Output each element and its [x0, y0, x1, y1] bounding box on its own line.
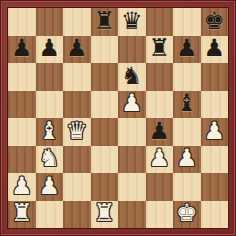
- square-c7[interactable]: ♟: [63, 36, 91, 64]
- square-g6[interactable]: [173, 63, 201, 91]
- square-c6[interactable]: [63, 63, 91, 91]
- square-a8[interactable]: [8, 8, 36, 36]
- square-b6[interactable]: [36, 63, 64, 91]
- black-pawn-piece: ♟: [176, 36, 198, 60]
- square-b4[interactable]: ♝: [36, 118, 64, 146]
- square-d7[interactable]: [91, 36, 119, 64]
- square-b2[interactable]: ♟: [36, 173, 64, 201]
- square-b7[interactable]: ♟: [36, 36, 64, 64]
- white-rook-piece: ♜: [11, 201, 33, 225]
- square-e4[interactable]: [118, 118, 146, 146]
- black-bishop-piece: ♝: [176, 91, 198, 115]
- white-pawn-piece: ♟: [11, 174, 33, 198]
- square-e3[interactable]: [118, 146, 146, 174]
- square-e2[interactable]: [118, 173, 146, 201]
- square-b5[interactable]: [36, 91, 64, 119]
- square-e5[interactable]: ♟: [118, 91, 146, 119]
- square-g1[interactable]: ♚: [173, 201, 201, 229]
- white-bishop-piece: ♝: [38, 119, 60, 143]
- square-d1[interactable]: ♜: [91, 201, 119, 229]
- square-a1[interactable]: ♜: [8, 201, 36, 229]
- square-a4[interactable]: [8, 118, 36, 146]
- square-a5[interactable]: [8, 91, 36, 119]
- square-h7[interactable]: ♟: [201, 36, 229, 64]
- square-d5[interactable]: [91, 91, 119, 119]
- white-pawn-piece: ♟: [121, 91, 143, 115]
- black-knight-piece: ♞: [121, 64, 143, 88]
- square-h3[interactable]: [201, 146, 229, 174]
- square-f1[interactable]: [146, 201, 174, 229]
- square-f7[interactable]: ♜: [146, 36, 174, 64]
- square-g2[interactable]: [173, 173, 201, 201]
- square-h6[interactable]: [201, 63, 229, 91]
- square-b3[interactable]: ♞: [36, 146, 64, 174]
- white-queen-piece: ♛: [66, 119, 88, 143]
- square-g4[interactable]: [173, 118, 201, 146]
- square-a7[interactable]: ♟: [8, 36, 36, 64]
- white-knight-piece: ♞: [38, 146, 60, 170]
- square-a3[interactable]: [8, 146, 36, 174]
- square-a6[interactable]: [8, 63, 36, 91]
- black-pawn-piece: ♟: [203, 36, 225, 60]
- board-frame: ♜♛♚♟♟♟♜♟♟♞♟♝♝♛♟♟♞♟♟♟♟♜♜♚: [0, 0, 236, 236]
- black-pawn-piece: ♟: [148, 119, 170, 143]
- black-queen-piece: ♛: [121, 9, 143, 33]
- square-f3[interactable]: ♟: [146, 146, 174, 174]
- white-pawn-piece: ♟: [203, 119, 225, 143]
- square-b8[interactable]: [36, 8, 64, 36]
- black-rook-piece: ♜: [148, 36, 170, 60]
- square-g7[interactable]: ♟: [173, 36, 201, 64]
- square-f6[interactable]: [146, 63, 174, 91]
- black-pawn-piece: ♟: [11, 36, 33, 60]
- square-g8[interactable]: [173, 8, 201, 36]
- square-e6[interactable]: ♞: [118, 63, 146, 91]
- chess-board: ♜♛♚♟♟♟♜♟♟♞♟♝♝♛♟♟♞♟♟♟♟♜♜♚: [8, 8, 228, 228]
- square-c5[interactable]: [63, 91, 91, 119]
- square-d2[interactable]: [91, 173, 119, 201]
- square-e7[interactable]: [118, 36, 146, 64]
- square-c8[interactable]: [63, 8, 91, 36]
- square-c2[interactable]: [63, 173, 91, 201]
- white-pawn-piece: ♟: [176, 146, 198, 170]
- black-king-piece: ♚: [203, 9, 225, 33]
- square-g5[interactable]: ♝: [173, 91, 201, 119]
- square-f5[interactable]: [146, 91, 174, 119]
- black-pawn-piece: ♟: [38, 36, 60, 60]
- square-c3[interactable]: [63, 146, 91, 174]
- square-d8[interactable]: ♜: [91, 8, 119, 36]
- square-e8[interactable]: ♛: [118, 8, 146, 36]
- square-d4[interactable]: [91, 118, 119, 146]
- white-king-piece: ♚: [176, 201, 198, 225]
- white-pawn-piece: ♟: [148, 146, 170, 170]
- square-c4[interactable]: ♛: [63, 118, 91, 146]
- square-h5[interactable]: [201, 91, 229, 119]
- square-h8[interactable]: ♚: [201, 8, 229, 36]
- square-h1[interactable]: [201, 201, 229, 229]
- square-b1[interactable]: [36, 201, 64, 229]
- square-d3[interactable]: [91, 146, 119, 174]
- square-d6[interactable]: [91, 63, 119, 91]
- white-rook-piece: ♜: [93, 201, 115, 225]
- white-pawn-piece: ♟: [38, 174, 60, 198]
- square-f2[interactable]: [146, 173, 174, 201]
- square-f8[interactable]: [146, 8, 174, 36]
- square-f4[interactable]: ♟: [146, 118, 174, 146]
- square-c1[interactable]: [63, 201, 91, 229]
- square-h2[interactable]: [201, 173, 229, 201]
- square-e1[interactable]: [118, 201, 146, 229]
- black-rook-piece: ♜: [93, 9, 115, 33]
- square-g3[interactable]: ♟: [173, 146, 201, 174]
- square-h4[interactable]: ♟: [201, 118, 229, 146]
- square-a2[interactable]: ♟: [8, 173, 36, 201]
- black-pawn-piece: ♟: [66, 36, 88, 60]
